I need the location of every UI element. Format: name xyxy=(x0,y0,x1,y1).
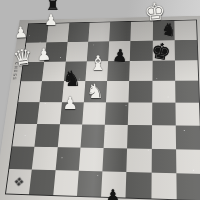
square-h8[interactable] xyxy=(176,174,200,200)
white-pawn[interactable]: ♟ xyxy=(44,13,57,28)
photo-frame: ❖ CHESS abcdefgh ♚♜♟♞♟♚♟♟♛♝♞♞♟♟ xyxy=(0,0,200,200)
square-e7[interactable] xyxy=(102,148,127,173)
black-king[interactable]: ♚ xyxy=(149,39,172,64)
square-e4[interactable] xyxy=(106,81,129,102)
square-c8[interactable] xyxy=(53,170,79,196)
square-g4[interactable] xyxy=(152,81,175,103)
square-a7[interactable] xyxy=(9,146,34,170)
square-b6[interactable] xyxy=(35,124,60,147)
square-e6[interactable] xyxy=(104,125,128,148)
square-f4[interactable] xyxy=(129,81,152,103)
square-g8[interactable] xyxy=(151,173,177,199)
square-d8[interactable] xyxy=(77,171,103,197)
white-bishop[interactable]: ♝ xyxy=(89,53,107,73)
square-f3[interactable] xyxy=(129,60,152,81)
square-h3[interactable] xyxy=(175,60,199,81)
square-e1[interactable] xyxy=(109,22,131,41)
square-a4[interactable] xyxy=(18,81,42,102)
square-g7[interactable] xyxy=(151,148,176,173)
square-g5[interactable] xyxy=(152,103,176,126)
square-e5[interactable] xyxy=(105,102,129,124)
square-a5[interactable] xyxy=(15,102,39,124)
square-h6[interactable] xyxy=(176,125,200,149)
square-c2[interactable] xyxy=(65,42,88,62)
black-pawn[interactable]: ♟ xyxy=(112,47,128,65)
square-f8[interactable] xyxy=(126,172,151,198)
white-knight[interactable]: ♞ xyxy=(86,81,104,101)
square-c6[interactable] xyxy=(57,124,82,147)
square-d1[interactable] xyxy=(88,22,110,41)
square-h5[interactable] xyxy=(175,103,200,126)
square-d6[interactable] xyxy=(80,124,105,147)
square-f6[interactable] xyxy=(127,125,151,149)
square-d5[interactable] xyxy=(82,102,106,124)
square-b8[interactable] xyxy=(29,170,55,195)
square-a6[interactable] xyxy=(12,124,37,147)
square-b7[interactable] xyxy=(32,146,57,170)
square-h4[interactable] xyxy=(175,81,199,103)
black-pawn-captured[interactable]: ♟ xyxy=(106,188,120,200)
white-pawn[interactable]: ♟ xyxy=(62,95,77,112)
square-c7[interactable] xyxy=(55,147,80,171)
white-pawn[interactable]: ♟ xyxy=(14,25,28,41)
square-h7[interactable] xyxy=(176,149,200,174)
square-f5[interactable] xyxy=(128,102,152,125)
square-h2[interactable] xyxy=(174,40,197,60)
square-b5[interactable] xyxy=(37,102,61,124)
square-d7[interactable] xyxy=(79,147,104,171)
square-g6[interactable] xyxy=(151,125,175,149)
corner-logo-icon: ❖ xyxy=(6,169,32,194)
square-c1[interactable] xyxy=(67,23,89,42)
square-a8[interactable]: ❖ xyxy=(6,169,32,194)
square-f7[interactable] xyxy=(127,148,152,173)
square-b4[interactable] xyxy=(40,81,64,102)
white-queen[interactable]: ♛ xyxy=(12,46,34,70)
black-knight[interactable]: ♞ xyxy=(63,69,82,90)
white-pawn[interactable]: ♟ xyxy=(36,47,51,64)
